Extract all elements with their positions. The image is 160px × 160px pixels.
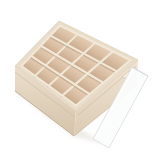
- product-photo: [0, 0, 160, 160]
- wooden-divider-box-scene: [0, 0, 160, 160]
